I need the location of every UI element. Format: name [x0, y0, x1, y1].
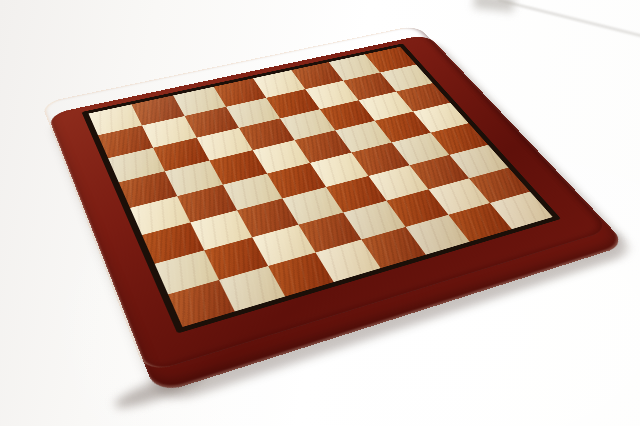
backdrop-seam	[498, 0, 640, 47]
photo-backdrop	[0, 0, 640, 426]
